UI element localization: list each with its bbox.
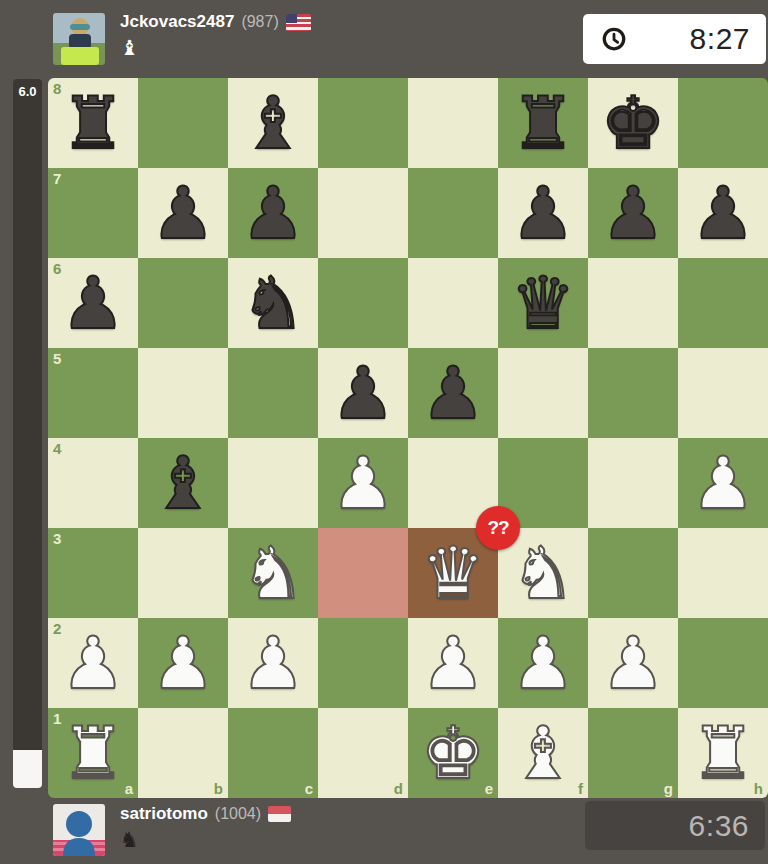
chess-board: 8♜♝♜♚7♟♟♟♟♟6♟♞♛5♟♟4♝♟♟3♞♛♞2♟♟♟♟♟♟1a♜bcde… xyxy=(48,78,768,798)
square-e6[interactable] xyxy=(408,258,498,348)
piece-black-knight[interactable]: ♞ xyxy=(241,258,306,348)
rank-label-3: 3 xyxy=(53,530,61,547)
file-label-c: c xyxy=(305,780,313,797)
avatar-image xyxy=(53,804,105,856)
square-h5[interactable] xyxy=(678,348,768,438)
evaluation-bar: 6.0 xyxy=(13,79,42,788)
evaluation-bar-white-segment xyxy=(13,750,42,788)
bottom-player-captured-pieces: ♞ xyxy=(120,827,291,853)
square-h3[interactable] xyxy=(678,528,768,618)
square-h7[interactable]: ♟ xyxy=(678,168,768,258)
square-f6[interactable]: ♛ xyxy=(498,258,588,348)
square-e1[interactable]: e♚ xyxy=(408,708,498,798)
square-f7[interactable]: ♟ xyxy=(498,168,588,258)
square-b3[interactable] xyxy=(138,528,228,618)
file-label-b: b xyxy=(214,780,223,797)
piece-black-pawn[interactable]: ♟ xyxy=(151,168,216,258)
square-h6[interactable] xyxy=(678,258,768,348)
square-b5[interactable] xyxy=(138,348,228,438)
top-player-clock: 8:27 xyxy=(583,14,766,64)
blunder-annotation-badge: ?? xyxy=(476,506,520,550)
bottom-player-clock: 6:36 xyxy=(585,801,765,850)
piece-black-pawn[interactable]: ♟ xyxy=(421,348,486,438)
square-d3[interactable] xyxy=(318,528,408,618)
piece-white-pawn[interactable]: ♟ xyxy=(151,618,216,708)
top-clock-time: 8:27 xyxy=(690,22,750,56)
piece-white-knight[interactable]: ♞ xyxy=(241,528,306,618)
piece-white-rook[interactable]: ♜ xyxy=(691,708,756,798)
evaluation-score: 6.0 xyxy=(13,84,42,99)
square-a2[interactable]: 2♟ xyxy=(48,618,138,708)
square-g4[interactable] xyxy=(588,438,678,528)
rank-label-4: 4 xyxy=(53,440,61,457)
piece-black-rook[interactable]: ♜ xyxy=(511,78,576,168)
square-c1[interactable]: c xyxy=(228,708,318,798)
square-d1[interactable]: d xyxy=(318,708,408,798)
square-c6[interactable]: ♞ xyxy=(228,258,318,348)
file-label-d: d xyxy=(394,780,403,797)
file-label-a: a xyxy=(125,780,133,797)
piece-white-king[interactable]: ♚ xyxy=(421,708,486,798)
square-g2[interactable]: ♟ xyxy=(588,618,678,708)
top-player-name[interactable]: Jckovacs2487 xyxy=(120,12,234,32)
square-g6[interactable] xyxy=(588,258,678,348)
square-h8[interactable] xyxy=(678,78,768,168)
file-label-g: g xyxy=(664,780,673,797)
square-g8[interactable]: ♚ xyxy=(588,78,678,168)
rank-label-5: 5 xyxy=(53,350,61,367)
square-f1[interactable]: f♝ xyxy=(498,708,588,798)
piece-black-pawn[interactable]: ♟ xyxy=(511,168,576,258)
piece-white-knight[interactable]: ♞ xyxy=(511,528,576,618)
piece-black-rook[interactable]: ♜ xyxy=(61,78,126,168)
piece-black-pawn[interactable]: ♟ xyxy=(61,258,126,348)
square-e2[interactable]: ♟ xyxy=(408,618,498,708)
piece-white-pawn[interactable]: ♟ xyxy=(601,618,666,708)
square-a4[interactable]: 4 xyxy=(48,438,138,528)
rank-label-2: 2 xyxy=(53,620,61,637)
square-e8[interactable] xyxy=(408,78,498,168)
square-h1[interactable]: h♜ xyxy=(678,708,768,798)
square-d8[interactable] xyxy=(318,78,408,168)
file-label-h: h xyxy=(754,780,763,797)
square-a6[interactable]: 6♟ xyxy=(48,258,138,348)
square-c2[interactable]: ♟ xyxy=(228,618,318,708)
square-b2[interactable]: ♟ xyxy=(138,618,228,708)
bottom-player-bar: satriotomo (1004) ♞ 6:36 xyxy=(0,798,768,864)
rank-label-1: 1 xyxy=(53,710,61,727)
avatar-photo xyxy=(53,13,105,65)
square-g1[interactable]: g xyxy=(588,708,678,798)
piece-black-pawn[interactable]: ♟ xyxy=(601,168,666,258)
square-h4[interactable]: ♟ xyxy=(678,438,768,528)
piece-black-bishop[interactable]: ♝ xyxy=(241,78,306,168)
square-a5[interactable]: 5 xyxy=(48,348,138,438)
square-b6[interactable] xyxy=(138,258,228,348)
square-b1[interactable]: b xyxy=(138,708,228,798)
file-label-e: e xyxy=(485,780,493,797)
captured-bishop-icon: ♝ xyxy=(120,38,139,59)
piece-white-pawn[interactable]: ♟ xyxy=(511,618,576,708)
square-g3[interactable] xyxy=(588,528,678,618)
file-label-f: f xyxy=(578,780,583,797)
square-e7[interactable] xyxy=(408,168,498,258)
square-d2[interactable] xyxy=(318,618,408,708)
piece-white-pawn[interactable]: ♟ xyxy=(241,618,306,708)
square-d7[interactable] xyxy=(318,168,408,258)
square-b8[interactable] xyxy=(138,78,228,168)
square-f8[interactable]: ♜ xyxy=(498,78,588,168)
piece-black-king[interactable]: ♚ xyxy=(601,78,666,168)
bottom-player-rating: (1004) xyxy=(215,805,261,823)
square-d6[interactable] xyxy=(318,258,408,348)
rank-label-6: 6 xyxy=(53,260,61,277)
bottom-player-avatar[interactable] xyxy=(53,804,105,856)
chess-game-screen: Jckovacs2487 (987) ♝ 8:27 6.0 8♜♝♜♚7♟♟♟♟… xyxy=(0,0,768,864)
square-c4[interactable] xyxy=(228,438,318,528)
bottom-player-name[interactable]: satriotomo xyxy=(120,804,208,824)
piece-white-pawn[interactable]: ♟ xyxy=(421,618,486,708)
bottom-clock-time: 6:36 xyxy=(689,809,749,843)
square-g7[interactable]: ♟ xyxy=(588,168,678,258)
indonesia-flag-icon xyxy=(268,806,291,822)
top-player-captured-pieces: ♝ xyxy=(120,35,311,61)
piece-white-bishop[interactable]: ♝ xyxy=(511,708,576,798)
rank-label-7: 7 xyxy=(53,170,61,187)
piece-black-queen[interactable]: ♛ xyxy=(511,258,576,348)
top-player-rating: (987) xyxy=(241,13,278,31)
piece-black-pawn[interactable]: ♟ xyxy=(331,348,396,438)
square-e5[interactable]: ♟ xyxy=(408,348,498,438)
rank-label-8: 8 xyxy=(53,80,61,97)
square-f5[interactable] xyxy=(498,348,588,438)
square-b4[interactable]: ♝ xyxy=(138,438,228,528)
square-d5[interactable]: ♟ xyxy=(318,348,408,438)
square-f2[interactable]: ♟ xyxy=(498,618,588,708)
piece-white-rook[interactable]: ♜ xyxy=(61,708,126,798)
square-a3[interactable]: 3 xyxy=(48,528,138,618)
piece-black-bishop[interactable]: ♝ xyxy=(151,438,216,528)
square-c8[interactable]: ♝ xyxy=(228,78,318,168)
piece-white-pawn[interactable]: ♟ xyxy=(61,618,126,708)
square-a7[interactable]: 7 xyxy=(48,168,138,258)
square-b7[interactable]: ♟ xyxy=(138,168,228,258)
square-d4[interactable]: ♟ xyxy=(318,438,408,528)
top-player-avatar[interactable] xyxy=(53,13,105,65)
top-player-bar: Jckovacs2487 (987) ♝ 8:27 xyxy=(0,0,768,78)
square-c3[interactable]: ♞ xyxy=(228,528,318,618)
piece-white-pawn[interactable]: ♟ xyxy=(331,438,396,528)
square-c5[interactable] xyxy=(228,348,318,438)
piece-black-pawn[interactable]: ♟ xyxy=(691,168,756,258)
piece-white-queen[interactable]: ♛ xyxy=(421,528,486,618)
square-a1[interactable]: 1a♜ xyxy=(48,708,138,798)
piece-black-pawn[interactable]: ♟ xyxy=(241,168,306,258)
square-h2[interactable] xyxy=(678,618,768,708)
square-c7[interactable]: ♟ xyxy=(228,168,318,258)
us-flag-icon xyxy=(286,14,311,31)
piece-white-pawn[interactable]: ♟ xyxy=(691,438,756,528)
square-a8[interactable]: 8♜ xyxy=(48,78,138,168)
captured-knight-icon: ♞ xyxy=(120,830,139,851)
square-g5[interactable] xyxy=(588,348,678,438)
clock-icon xyxy=(601,26,627,52)
